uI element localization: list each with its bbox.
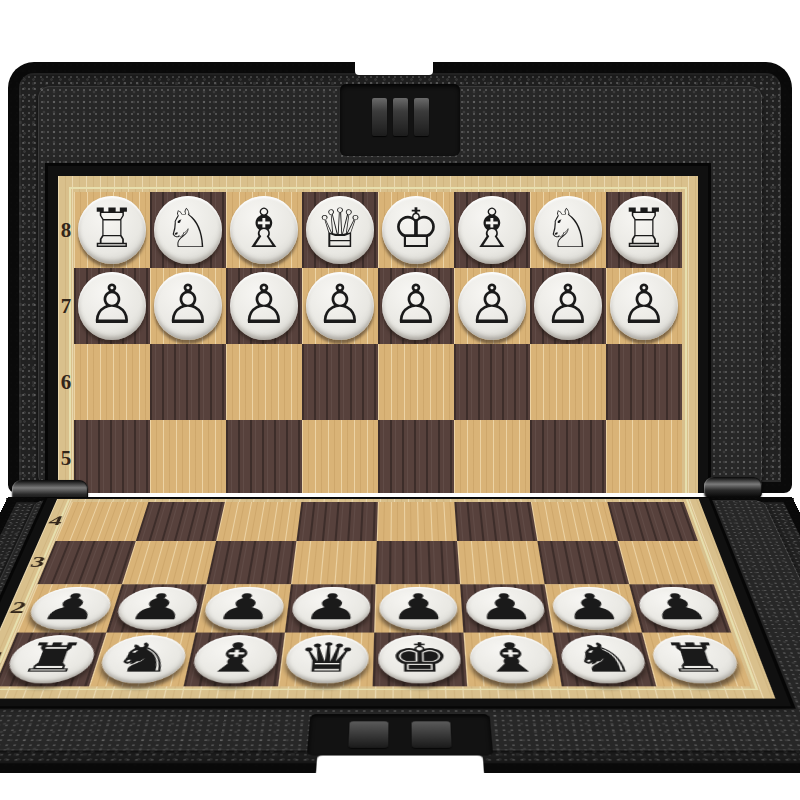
- square-e6[interactable]: [378, 344, 454, 420]
- square-e2[interactable]: ♟: [374, 584, 463, 632]
- piece-glyph: ♘: [544, 202, 592, 256]
- piece-black-pawn[interactable]: ♟: [201, 587, 286, 630]
- piece-glyph: ♖: [620, 202, 668, 256]
- square-d1[interactable]: ♛: [278, 633, 374, 687]
- piece-glyph: ♙: [392, 278, 440, 332]
- square-h8[interactable]: ♖: [606, 192, 682, 268]
- square-g7[interactable]: ♙: [530, 268, 606, 344]
- piece-glyph: ♕: [316, 202, 364, 256]
- square-c4[interactable]: [216, 502, 301, 541]
- square-d7[interactable]: ♙: [302, 268, 378, 344]
- square-g3[interactable]: [537, 541, 629, 584]
- piece-glyph: ♙: [620, 278, 668, 332]
- square-d8[interactable]: ♕: [302, 192, 378, 268]
- piece-glyph: ♙: [164, 278, 212, 332]
- piece-white-pawn[interactable]: ♙: [382, 272, 450, 340]
- piece-white-queen[interactable]: ♕: [306, 196, 374, 264]
- piece-glyph: ♚: [388, 638, 451, 678]
- square-f1[interactable]: ♝: [463, 633, 561, 687]
- piece-glyph: ♞: [107, 638, 180, 678]
- piece-glyph: ♜: [658, 638, 732, 678]
- board-top-half: 8765 ♖♘♗♕♔♗♘♖♙♙♙♙♙♙♙♙: [48, 166, 708, 493]
- piece-black-king[interactable]: ♚: [378, 635, 462, 683]
- square-e7[interactable]: ♙: [378, 268, 454, 344]
- piece-white-pawn[interactable]: ♙: [534, 272, 602, 340]
- square-g5[interactable]: [530, 420, 606, 493]
- piece-glyph: ♟: [35, 589, 107, 625]
- piece-black-knight[interactable]: ♞: [558, 635, 651, 683]
- piece-glyph: ♔: [392, 202, 440, 256]
- clasp-rib: [393, 98, 408, 136]
- piece-white-pawn[interactable]: ♙: [610, 272, 678, 340]
- piece-glyph: ♙: [544, 278, 592, 332]
- piece-glyph: ♛: [294, 638, 359, 678]
- clasp-latch[interactable]: [340, 84, 460, 156]
- square-c3[interactable]: [206, 541, 296, 584]
- square-h7[interactable]: ♙: [606, 268, 682, 344]
- square-a4[interactable]: [55, 502, 148, 541]
- square-f6[interactable]: [454, 344, 530, 420]
- piece-glyph: ♞: [568, 638, 638, 678]
- square-f3[interactable]: [457, 541, 545, 584]
- square-h5[interactable]: [606, 420, 682, 493]
- piece-black-queen[interactable]: ♛: [283, 635, 369, 683]
- square-g6[interactable]: [530, 344, 606, 420]
- piece-glyph: ♙: [468, 278, 516, 332]
- square-g2[interactable]: ♟: [545, 584, 642, 632]
- case-top-half: 8765 ♖♘♗♕♔♗♘♖♙♙♙♙♙♙♙♙: [8, 62, 792, 493]
- case-top-notch: [355, 60, 433, 75]
- pocket-chess-photo: 8765 ♖♘♗♕♔♗♘♖♙♙♙♙♙♙♙♙ 4321 ♟♟♟♟♟♟♟♟♜♞♝♛♚…: [0, 0, 800, 800]
- square-b2[interactable]: ♟: [106, 584, 206, 632]
- square-f2[interactable]: ♟: [460, 584, 553, 632]
- piece-white-pawn[interactable]: ♙: [78, 272, 146, 340]
- square-c7[interactable]: ♙: [226, 268, 302, 344]
- piece-black-pawn[interactable]: ♟: [112, 587, 202, 630]
- square-b7[interactable]: ♙: [150, 268, 226, 344]
- piece-glyph: ♖: [88, 202, 136, 256]
- latch-tab: [412, 721, 452, 747]
- piece-glyph: ♙: [88, 278, 136, 332]
- piece-glyph: ♝: [479, 638, 545, 678]
- board-frame-bottom: 4321 ♟♟♟♟♟♟♟♟♜♞♝♛♚♝♞♜: [0, 499, 775, 699]
- piece-black-bishop[interactable]: ♝: [189, 635, 280, 683]
- piece-black-knight[interactable]: ♞: [95, 635, 190, 683]
- rank-label-8: 8: [58, 192, 74, 268]
- piece-white-bishop[interactable]: ♗: [230, 196, 298, 264]
- square-f5[interactable]: [454, 420, 530, 493]
- piece-white-pawn[interactable]: ♙: [230, 272, 298, 340]
- piece-glyph: ♟: [559, 589, 625, 625]
- piece-white-pawn[interactable]: ♙: [306, 272, 374, 340]
- square-e4[interactable]: [377, 502, 457, 541]
- piece-black-pawn[interactable]: ♟: [465, 587, 548, 630]
- square-a7[interactable]: ♙: [74, 268, 150, 344]
- square-h6[interactable]: [606, 344, 682, 420]
- square-b6[interactable]: [150, 344, 226, 420]
- piece-glyph: ♟: [389, 589, 449, 625]
- piece-white-pawn[interactable]: ♙: [458, 272, 526, 340]
- square-b5[interactable]: [150, 420, 226, 493]
- piece-glyph: ♟: [644, 589, 714, 625]
- clasp-rib: [372, 98, 387, 136]
- board-bottom-half: 4321 ♟♟♟♟♟♟♟♟♜♞♝♛♚♝♞♜: [0, 498, 791, 706]
- piece-black-rook[interactable]: ♜: [1, 635, 101, 683]
- rank-label-6: 6: [58, 344, 74, 420]
- piece-glyph: ♟: [212, 589, 277, 625]
- piece-black-pawn[interactable]: ♟: [23, 587, 117, 630]
- piece-black-rook[interactable]: ♜: [647, 635, 744, 683]
- square-e5[interactable]: [378, 420, 454, 493]
- square-b3[interactable]: [122, 541, 216, 584]
- rank-labels-top: 8765: [58, 192, 74, 493]
- piece-glyph: ♙: [240, 278, 288, 332]
- piece-black-pawn[interactable]: ♟: [290, 587, 371, 630]
- case-bottom-wrap: 4321 ♟♟♟♟♟♟♟♟♜♞♝♛♚♝♞♜: [8, 497, 792, 800]
- case-bottom-half: 4321 ♟♟♟♟♟♟♟♟♜♞♝♛♚♝♞♜: [0, 497, 800, 773]
- square-h3[interactable]: [618, 541, 714, 584]
- square-a8[interactable]: ♖: [74, 192, 150, 268]
- square-b8[interactable]: ♘: [150, 192, 226, 268]
- square-a3[interactable]: [37, 541, 136, 584]
- square-g1[interactable]: ♞: [553, 633, 657, 687]
- piece-glyph: ♜: [13, 638, 90, 678]
- piece-glyph: ♙: [316, 278, 364, 332]
- square-f7[interactable]: ♙: [454, 268, 530, 344]
- square-b4[interactable]: [136, 502, 225, 541]
- square-h4[interactable]: [607, 502, 698, 541]
- square-d5[interactable]: [302, 420, 378, 493]
- piece-glyph: ♟: [474, 589, 537, 625]
- square-e1[interactable]: ♚: [373, 633, 468, 687]
- piece-white-rook[interactable]: ♖: [78, 196, 146, 264]
- piece-white-rook[interactable]: ♖: [610, 196, 678, 264]
- square-a6[interactable]: [74, 344, 150, 420]
- square-f4[interactable]: [454, 502, 537, 541]
- piece-white-knight[interactable]: ♘: [534, 196, 602, 264]
- piece-glyph: ♗: [468, 202, 516, 256]
- square-e3[interactable]: [376, 541, 461, 584]
- piece-black-pawn[interactable]: ♟: [634, 587, 725, 630]
- square-g4[interactable]: [531, 502, 618, 541]
- square-d3[interactable]: [291, 541, 377, 584]
- piece-black-pawn[interactable]: ♟: [550, 587, 637, 630]
- piece-glyph: ♘: [164, 202, 212, 256]
- piece-glyph: ♟: [300, 589, 361, 625]
- square-c8[interactable]: ♗: [226, 192, 302, 268]
- square-g8[interactable]: ♘: [530, 192, 606, 268]
- square-h2[interactable]: ♟: [629, 584, 731, 632]
- piece-white-knight[interactable]: ♘: [154, 196, 222, 264]
- piece-white-king[interactable]: ♔: [382, 196, 450, 264]
- latch-tab: [348, 721, 388, 747]
- square-e8[interactable]: ♔: [378, 192, 454, 268]
- square-c5[interactable]: [226, 420, 302, 493]
- piece-glyph: ♟: [123, 589, 191, 625]
- square-d6[interactable]: [302, 344, 378, 420]
- square-c2[interactable]: ♟: [196, 584, 291, 632]
- rank-label-7: 7: [58, 268, 74, 344]
- piece-black-pawn[interactable]: ♟: [379, 587, 459, 630]
- piece-black-bishop[interactable]: ♝: [468, 635, 556, 683]
- piece-white-pawn[interactable]: ♙: [154, 272, 222, 340]
- square-d4[interactable]: [296, 502, 377, 541]
- chess-grid-bottom: ♟♟♟♟♟♟♟♟♜♞♝♛♚♝♞♜: [0, 502, 751, 687]
- clasp-rib: [414, 98, 429, 136]
- square-c6[interactable]: [226, 344, 302, 420]
- latch-panel[interactable]: [307, 714, 494, 755]
- chess-grid-top: ♖♘♗♕♔♗♘♖♙♙♙♙♙♙♙♙: [74, 192, 682, 493]
- piece-white-bishop[interactable]: ♗: [458, 196, 526, 264]
- square-h1[interactable]: ♜: [642, 633, 751, 687]
- square-b1[interactable]: ♞: [89, 633, 196, 687]
- square-d2[interactable]: ♟: [285, 584, 376, 632]
- square-c1[interactable]: ♝: [184, 633, 285, 687]
- piece-glyph: ♝: [201, 638, 270, 678]
- piece-glyph: ♗: [240, 202, 288, 256]
- case-bottom-notch: [316, 756, 484, 774]
- board-frame-top: 8765 ♖♘♗♕♔♗♘♖♙♙♙♙♙♙♙♙: [58, 176, 698, 493]
- square-f8[interactable]: ♗: [454, 192, 530, 268]
